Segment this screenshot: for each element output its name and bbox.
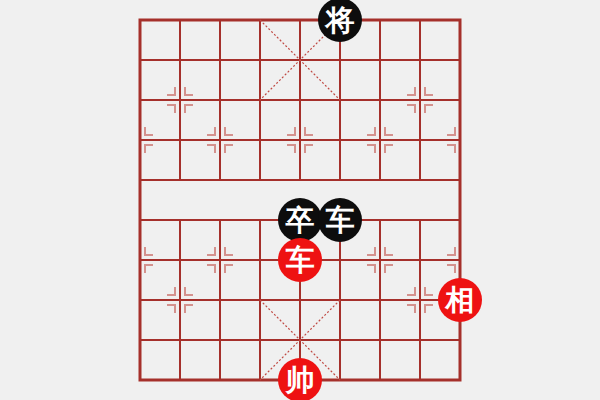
- piece-red-general[interactable]: 帅: [278, 358, 322, 400]
- board-grid: 将卒车车相帅: [120, 0, 480, 400]
- piece-red-elephant[interactable]: 相: [438, 278, 482, 322]
- piece-black-general[interactable]: 将: [318, 0, 362, 42]
- xiangqi-board: 将卒车车相帅: [0, 0, 600, 400]
- piece-black-chariot[interactable]: 车: [318, 198, 362, 242]
- piece-red-chariot[interactable]: 车: [278, 238, 322, 282]
- piece-black-soldier[interactable]: 卒: [278, 198, 322, 242]
